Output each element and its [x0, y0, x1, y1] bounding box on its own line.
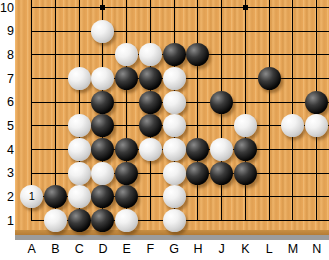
grid-line-row-9 [31, 31, 329, 32]
column-label-f: F [140, 241, 160, 257]
white-stone-c5 [68, 114, 91, 137]
row-label-10: 10 [0, 1, 14, 15]
board-edge-shadow [15, 235, 329, 240]
row-label-2: 2 [0, 190, 14, 204]
white-stone-c2 [68, 185, 91, 208]
row-label-8: 8 [0, 48, 14, 62]
white-stone-g3 [163, 162, 186, 185]
grid-line-row-10 [31, 7, 329, 8]
white-stone-g6 [163, 91, 186, 114]
column-label-n: N [307, 241, 327, 257]
row-label-6: 6 [0, 95, 14, 109]
black-stone-h3 [186, 162, 209, 185]
row-label-7: 7 [0, 72, 14, 86]
white-stone-g1 [163, 209, 186, 232]
move-number-label: 1 [29, 191, 35, 202]
column-label-m: M [283, 241, 303, 257]
black-stone-n6 [305, 91, 328, 114]
row-label-9: 9 [0, 24, 14, 38]
row-label-3: 3 [0, 166, 14, 180]
white-stone-g7 [163, 67, 186, 90]
column-label-g: G [164, 241, 184, 257]
column-label-e: E [117, 241, 137, 257]
star-point-k10 [243, 5, 248, 10]
row-label-1: 1 [0, 214, 14, 228]
black-stone-e3 [115, 162, 138, 185]
white-stone-d9 [91, 20, 114, 43]
column-label-k: K [235, 241, 255, 257]
grid-line-col-k [245, 0, 246, 221]
black-stone-f6 [139, 91, 162, 114]
black-stone-l7 [258, 67, 281, 90]
grid-line-col-l [269, 0, 270, 221]
column-label-a: A [22, 241, 42, 257]
white-stone-g5 [163, 114, 186, 137]
white-stone-g2 [163, 185, 186, 208]
column-label-d: D [93, 241, 113, 257]
black-stone-k4 [234, 138, 257, 161]
black-stone-f7 [139, 67, 162, 90]
row-label-5: 5 [0, 119, 14, 133]
go-diagram: 1 10987654321 ABCDEFGHJKLMN [0, 0, 329, 260]
white-stone-c7 [68, 67, 91, 90]
row-label-4: 4 [0, 143, 14, 157]
column-label-j: J [212, 241, 232, 257]
black-stone-j3 [210, 162, 233, 185]
grid-line-col-m [292, 0, 293, 221]
white-stone-f4 [139, 138, 162, 161]
black-stone-d6 [91, 91, 114, 114]
white-stone-c4 [68, 138, 91, 161]
white-stone-b1 [44, 209, 67, 232]
star-point-d10 [100, 5, 105, 10]
column-label-c: C [69, 241, 89, 257]
white-stone-c3 [68, 162, 91, 185]
column-label-b: B [45, 241, 65, 257]
black-stone-j6 [210, 91, 233, 114]
black-stone-c1 [68, 209, 91, 232]
black-stone-k3 [234, 162, 257, 185]
black-stone-g8 [163, 43, 186, 66]
column-label-h: H [188, 241, 208, 257]
white-stone-d3 [91, 162, 114, 185]
column-label-l: L [259, 241, 279, 257]
white-stone-g4 [163, 138, 186, 161]
grid-line-col-h [197, 0, 198, 221]
